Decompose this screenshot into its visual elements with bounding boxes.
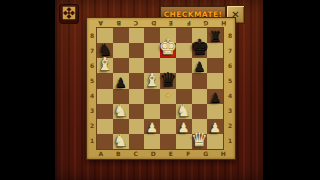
square-d2[interactable]: ♟ [144, 119, 160, 134]
square-h7[interactable] [207, 43, 223, 58]
square-d1[interactable] [144, 134, 160, 149]
square-b3[interactable]: ♞ [113, 104, 129, 119]
file-label-bottom-g: G [197, 149, 215, 159]
file-label-top-f: F [180, 18, 198, 28]
square-a6[interactable]: ♝ [97, 58, 113, 73]
square-f2[interactable]: ♟ [176, 119, 192, 134]
square-h3[interactable] [207, 104, 223, 119]
square-g7[interactable]: ♚ [192, 43, 208, 58]
rank-label-left-7: 7 [87, 43, 97, 58]
square-b6[interactable] [113, 58, 129, 73]
square-c2[interactable] [129, 119, 145, 134]
square-e1[interactable] [160, 134, 176, 149]
rank-label-left-1: 1 [87, 134, 97, 149]
square-f1[interactable] [176, 134, 192, 149]
piece-white-knight[interactable]: ♞ [113, 103, 127, 119]
rank-label-right-5: 5 [225, 73, 235, 88]
piece-white-king[interactable]: ♚ [158, 37, 177, 58]
piece-black-pawn[interactable]: ♟ [209, 91, 221, 104]
square-e3[interactable] [160, 104, 176, 119]
square-c6[interactable] [129, 58, 145, 73]
rank-label-right-1: 1 [225, 134, 235, 149]
square-g5[interactable] [192, 73, 208, 88]
fullscreen-button[interactable] [59, 4, 79, 24]
piece-black-pawn[interactable]: ♟ [115, 76, 127, 89]
square-f3[interactable]: ♞ [176, 104, 192, 119]
file-label-bottom-c: C [127, 149, 145, 159]
file-label-top-e: E [162, 18, 180, 28]
square-b5[interactable]: ♟ [113, 73, 129, 88]
rank-label-right-2: 2 [225, 119, 235, 134]
rank-labels-left: 87654321 [87, 28, 97, 149]
file-label-bottom-d: D [145, 149, 163, 159]
piece-white-pawn[interactable]: ♟ [178, 121, 190, 134]
square-g1[interactable]: ♛ [192, 134, 208, 149]
square-h1[interactable] [207, 134, 223, 149]
square-b1[interactable]: ♞ [113, 134, 129, 149]
square-f5[interactable] [176, 73, 192, 88]
expand-arrows-icon [62, 5, 76, 24]
square-g3[interactable] [192, 104, 208, 119]
file-label-bottom-f: F [180, 149, 198, 159]
wood-background: CHECKMATE! ✕ ABCDEFGH ABCDEFGH 87654321 … [55, 0, 263, 180]
file-labels-top: ABCDEFGH [92, 18, 232, 28]
square-f6[interactable] [176, 58, 192, 73]
square-c1[interactable] [129, 134, 145, 149]
file-labels-bottom: ABCDEFGH [92, 149, 232, 159]
square-e2[interactable] [160, 119, 176, 134]
rank-label-right-6: 6 [225, 58, 235, 73]
square-a1[interactable] [97, 134, 113, 149]
file-label-top-c: C [127, 18, 145, 28]
square-d4[interactable] [144, 89, 160, 104]
move-marker-icon: ✦ [165, 93, 171, 100]
square-c8[interactable] [129, 28, 145, 43]
square-h8[interactable]: ♜ [207, 28, 223, 43]
file-label-top-g: G [197, 18, 215, 28]
square-c7[interactable] [129, 43, 145, 58]
piece-white-queen[interactable]: ♛ [191, 130, 208, 149]
square-e7[interactable]: ♚ [160, 43, 176, 58]
piece-black-pawn[interactable]: ♟ [194, 60, 206, 73]
square-h6[interactable] [207, 58, 223, 73]
square-b7[interactable] [113, 43, 129, 58]
board-frame: ABCDEFGH ABCDEFGH 87654321 87654321 ♜♞♚♚… [86, 17, 236, 160]
rank-label-left-8: 8 [87, 28, 97, 43]
piece-white-bishop[interactable]: ♝ [144, 71, 160, 89]
square-e4[interactable]: ✦ [160, 89, 176, 104]
square-h4[interactable]: ♟ [207, 89, 223, 104]
rank-label-left-4: 4 [87, 89, 97, 104]
rank-label-right-8: 8 [225, 28, 235, 43]
square-d3[interactable] [144, 104, 160, 119]
file-label-bottom-a: A [92, 149, 110, 159]
square-c5[interactable] [129, 73, 145, 88]
file-label-bottom-h: H [215, 149, 233, 159]
square-b8[interactable] [113, 28, 129, 43]
square-a4[interactable] [97, 89, 113, 104]
square-h2[interactable]: ♟ [207, 119, 223, 134]
chess-board[interactable]: ♜♞♚♚♝♟♟♝♛✦♟♞♞♟♟♟♞♛ [97, 28, 223, 149]
file-label-top-a: A [92, 18, 110, 28]
piece-black-rook[interactable]: ♜ [209, 29, 222, 43]
rank-label-right-3: 3 [225, 104, 235, 119]
square-c4[interactable] [129, 89, 145, 104]
piece-black-queen[interactable]: ♛ [159, 70, 176, 89]
square-g6[interactable]: ♟ [192, 58, 208, 73]
square-h5[interactable] [207, 73, 223, 88]
rank-label-left-5: 5 [87, 73, 97, 88]
piece-white-pawn[interactable]: ♟ [146, 121, 158, 134]
file-label-top-b: B [110, 18, 128, 28]
piece-white-bishop[interactable]: ♝ [97, 55, 113, 73]
file-label-top-h: H [215, 18, 233, 28]
file-label-bottom-b: B [110, 149, 128, 159]
square-e5[interactable]: ♛ [160, 73, 176, 88]
piece-white-knight[interactable]: ♞ [176, 103, 190, 119]
square-c3[interactable] [129, 104, 145, 119]
square-d5[interactable]: ♝ [144, 73, 160, 88]
file-label-top-d: D [145, 18, 163, 28]
square-g4[interactable] [192, 89, 208, 104]
screenshot-stage: CHECKMATE! ✕ ABCDEFGH ABCDEFGH 87654321 … [0, 0, 320, 180]
piece-white-pawn[interactable]: ♟ [209, 121, 221, 134]
rank-label-right-4: 4 [225, 89, 235, 104]
rank-labels-right: 87654321 [225, 28, 235, 149]
square-a5[interactable] [97, 73, 113, 88]
rank-label-right-7: 7 [225, 43, 235, 58]
rank-label-left-6: 6 [87, 58, 97, 73]
piece-white-knight[interactable]: ♞ [113, 133, 127, 149]
rank-label-left-3: 3 [87, 104, 97, 119]
piece-black-king[interactable]: ♚ [190, 37, 209, 58]
file-label-bottom-e: E [162, 149, 180, 159]
rank-label-left-2: 2 [87, 119, 97, 134]
square-a3[interactable] [97, 104, 113, 119]
square-a2[interactable] [97, 119, 113, 134]
